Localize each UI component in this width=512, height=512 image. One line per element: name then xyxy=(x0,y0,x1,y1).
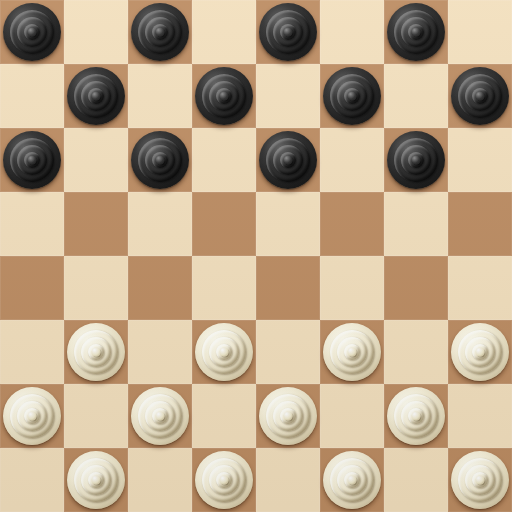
square-f7[interactable] xyxy=(320,64,384,128)
light-checker-piece[interactable] xyxy=(323,323,381,381)
square-e6[interactable] xyxy=(256,128,320,192)
square-h5[interactable] xyxy=(448,192,512,256)
square-d4[interactable] xyxy=(192,256,256,320)
piece-center-dot xyxy=(28,28,37,37)
square-a5[interactable] xyxy=(0,192,64,256)
square-a6[interactable] xyxy=(0,128,64,192)
checkers-board xyxy=(0,0,512,512)
piece-center-dot xyxy=(220,476,229,485)
dark-checker-piece[interactable] xyxy=(67,67,125,125)
square-f4[interactable] xyxy=(320,256,384,320)
piece-center-dot xyxy=(476,92,485,101)
piece-center-dot xyxy=(28,412,37,421)
piece-center-dot xyxy=(476,476,485,485)
square-d2[interactable] xyxy=(192,384,256,448)
square-b5[interactable] xyxy=(64,192,128,256)
piece-center-dot xyxy=(92,348,101,357)
square-g3[interactable] xyxy=(384,320,448,384)
light-checker-piece[interactable] xyxy=(195,451,253,509)
square-b6[interactable] xyxy=(64,128,128,192)
square-e5[interactable] xyxy=(256,192,320,256)
square-c4[interactable] xyxy=(128,256,192,320)
piece-center-dot xyxy=(92,92,101,101)
square-h4[interactable] xyxy=(448,256,512,320)
piece-center-dot xyxy=(348,348,357,357)
square-c8[interactable] xyxy=(128,0,192,64)
square-a7[interactable] xyxy=(0,64,64,128)
dark-checker-piece[interactable] xyxy=(451,67,509,125)
piece-center-dot xyxy=(156,156,165,165)
square-f8[interactable] xyxy=(320,0,384,64)
dark-checker-piece[interactable] xyxy=(131,131,189,189)
square-e7[interactable] xyxy=(256,64,320,128)
square-f6[interactable] xyxy=(320,128,384,192)
piece-center-dot xyxy=(476,348,485,357)
dark-checker-piece[interactable] xyxy=(387,131,445,189)
square-b1[interactable] xyxy=(64,448,128,512)
light-checker-piece[interactable] xyxy=(259,387,317,445)
light-checker-piece[interactable] xyxy=(67,323,125,381)
square-e1[interactable] xyxy=(256,448,320,512)
dark-checker-piece[interactable] xyxy=(3,131,61,189)
piece-center-dot xyxy=(412,412,421,421)
piece-center-dot xyxy=(284,28,293,37)
square-c6[interactable] xyxy=(128,128,192,192)
light-checker-piece[interactable] xyxy=(131,387,189,445)
square-e3[interactable] xyxy=(256,320,320,384)
square-g7[interactable] xyxy=(384,64,448,128)
square-g2[interactable] xyxy=(384,384,448,448)
dark-checker-piece[interactable] xyxy=(387,3,445,61)
square-e2[interactable] xyxy=(256,384,320,448)
square-h6[interactable] xyxy=(448,128,512,192)
piece-center-dot xyxy=(348,92,357,101)
square-d5[interactable] xyxy=(192,192,256,256)
square-c2[interactable] xyxy=(128,384,192,448)
square-a2[interactable] xyxy=(0,384,64,448)
light-checker-piece[interactable] xyxy=(195,323,253,381)
square-a4[interactable] xyxy=(0,256,64,320)
light-checker-piece[interactable] xyxy=(323,451,381,509)
piece-center-dot xyxy=(284,412,293,421)
light-checker-piece[interactable] xyxy=(451,451,509,509)
square-e8[interactable] xyxy=(256,0,320,64)
dark-checker-piece[interactable] xyxy=(195,67,253,125)
square-g5[interactable] xyxy=(384,192,448,256)
square-a8[interactable] xyxy=(0,0,64,64)
square-f2[interactable] xyxy=(320,384,384,448)
dark-checker-piece[interactable] xyxy=(323,67,381,125)
square-b3[interactable] xyxy=(64,320,128,384)
square-c5[interactable] xyxy=(128,192,192,256)
piece-center-dot xyxy=(284,156,293,165)
square-c1[interactable] xyxy=(128,448,192,512)
dark-checker-piece[interactable] xyxy=(259,131,317,189)
square-f5[interactable] xyxy=(320,192,384,256)
square-b2[interactable] xyxy=(64,384,128,448)
square-g4[interactable] xyxy=(384,256,448,320)
piece-center-dot xyxy=(348,476,357,485)
light-checker-piece[interactable] xyxy=(67,451,125,509)
square-h2[interactable] xyxy=(448,384,512,448)
square-d8[interactable] xyxy=(192,0,256,64)
square-d6[interactable] xyxy=(192,128,256,192)
square-f3[interactable] xyxy=(320,320,384,384)
square-e4[interactable] xyxy=(256,256,320,320)
dark-checker-piece[interactable] xyxy=(259,3,317,61)
square-b4[interactable] xyxy=(64,256,128,320)
square-h3[interactable] xyxy=(448,320,512,384)
piece-center-dot xyxy=(156,28,165,37)
square-g1[interactable] xyxy=(384,448,448,512)
square-c3[interactable] xyxy=(128,320,192,384)
light-checker-piece[interactable] xyxy=(387,387,445,445)
dark-checker-piece[interactable] xyxy=(131,3,189,61)
square-b7[interactable] xyxy=(64,64,128,128)
piece-center-dot xyxy=(412,156,421,165)
dark-checker-piece[interactable] xyxy=(3,3,61,61)
piece-center-dot xyxy=(412,28,421,37)
square-a1[interactable] xyxy=(0,448,64,512)
square-g8[interactable] xyxy=(384,0,448,64)
piece-center-dot xyxy=(28,156,37,165)
square-d1[interactable] xyxy=(192,448,256,512)
piece-center-dot xyxy=(92,476,101,485)
square-h8[interactable] xyxy=(448,0,512,64)
square-h1[interactable] xyxy=(448,448,512,512)
light-checker-piece[interactable] xyxy=(3,387,61,445)
piece-center-dot xyxy=(156,412,165,421)
square-a3[interactable] xyxy=(0,320,64,384)
light-checker-piece[interactable] xyxy=(451,323,509,381)
square-d7[interactable] xyxy=(192,64,256,128)
square-d3[interactable] xyxy=(192,320,256,384)
square-h7[interactable] xyxy=(448,64,512,128)
square-g6[interactable] xyxy=(384,128,448,192)
piece-center-dot xyxy=(220,348,229,357)
square-c7[interactable] xyxy=(128,64,192,128)
square-f1[interactable] xyxy=(320,448,384,512)
square-b8[interactable] xyxy=(64,0,128,64)
piece-center-dot xyxy=(220,92,229,101)
